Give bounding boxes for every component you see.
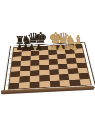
rank-label-7: 7 (11, 54, 13, 55)
board-scene: abcdefgh 87654321 (0, 0, 95, 92)
rank-label-3: 3 (8, 74, 10, 76)
rank-label-6: 6 (10, 58, 12, 59)
product-photo: abcdefgh 87654321 ♜♞♛♚♟♟♟♟♚♛♞♝♟♟♟♟ (0, 0, 95, 126)
rank-label-2: 2 (7, 79, 9, 81)
rank-label-4: 4 (9, 68, 11, 70)
rank-label-8: 8 (11, 49, 13, 50)
rank-label-5: 5 (9, 63, 11, 65)
rank-label-1: 1 (6, 85, 8, 87)
chess-board: abcdefgh 87654321 (3, 42, 95, 92)
board-grid (9, 44, 91, 89)
